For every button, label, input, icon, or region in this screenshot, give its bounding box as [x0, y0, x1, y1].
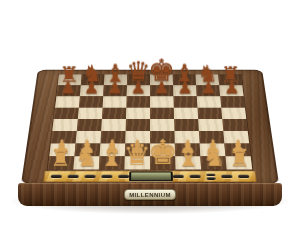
square-a2[interactable]: ♟: [49, 144, 75, 157]
square-f7[interactable]: ♟: [173, 85, 197, 96]
square-a1[interactable]: ♜: [48, 156, 75, 169]
square-d7[interactable]: ♟: [127, 85, 150, 96]
square-e3[interactable]: [150, 131, 175, 143]
square-a6[interactable]: [55, 96, 80, 107]
square-h7[interactable]: ♟: [219, 85, 243, 96]
square-b5[interactable]: [78, 108, 103, 120]
key-down[interactable]: [207, 177, 216, 180]
square-g3[interactable]: [199, 131, 225, 143]
piece-black-knight: ♞: [82, 62, 103, 85]
square-h1[interactable]: ♜: [226, 156, 253, 169]
square-a8[interactable]: ♜: [58, 75, 82, 86]
square-f8[interactable]: ♝: [173, 75, 196, 86]
square-g4[interactable]: [198, 119, 223, 131]
lcd-display: [129, 171, 173, 181]
key-9[interactable]: [238, 175, 249, 179]
square-b8[interactable]: ♞: [81, 75, 105, 86]
key-8[interactable]: [221, 175, 232, 179]
square-g2[interactable]: ♟: [200, 144, 226, 157]
square-d5[interactable]: [126, 108, 150, 120]
square-c1[interactable]: ♝: [99, 156, 125, 169]
square-d6[interactable]: [126, 96, 150, 107]
square-h4[interactable]: [222, 119, 248, 131]
piece-black-rook: ♜: [60, 64, 79, 85]
piece-white-queen: ♛: [124, 139, 151, 169]
square-e4[interactable]: [150, 119, 174, 131]
square-a4[interactable]: [52, 119, 78, 131]
square-a3[interactable]: [51, 131, 77, 143]
key-3[interactable]: [84, 175, 95, 179]
square-f4[interactable]: [174, 119, 199, 131]
chess-computer-photo: ♜♞♝♛♚♝♞♜♟♟♟♟♟♟♟♟♟♟♟♟♟♟♟♟♜♞♝♛♚♝♞♜ MILLENN…: [0, 0, 300, 250]
right-key-group: [173, 173, 250, 179]
key-4[interactable]: [101, 175, 112, 179]
square-f5[interactable]: [174, 108, 198, 120]
square-c4[interactable]: [101, 119, 126, 131]
brand-text: MILLENNIUM: [129, 192, 171, 198]
square-e7[interactable]: ♟: [150, 85, 173, 96]
piece-black-knight: ♞: [197, 62, 218, 85]
square-h8[interactable]: ♜: [218, 75, 242, 86]
square-c7[interactable]: ♟: [103, 85, 127, 96]
chess-board: ♜♞♝♛♚♝♞♜♟♟♟♟♟♟♟♟♟♟♟♟♟♟♟♟♜♞♝♛♚♝♞♜: [48, 75, 253, 170]
square-b2[interactable]: ♟: [74, 144, 100, 157]
piece-white-bishop: ♝: [176, 143, 200, 170]
square-f1[interactable]: ♝: [175, 156, 201, 169]
square-g5[interactable]: [197, 108, 222, 120]
square-e6[interactable]: [150, 96, 174, 107]
square-d1[interactable]: ♛: [124, 156, 150, 169]
square-e1[interactable]: ♚: [150, 156, 176, 169]
square-c3[interactable]: [100, 131, 125, 143]
chess-computer-case-top: ♜♞♝♛♚♝♞♜♟♟♟♟♟♟♟♟♟♟♟♟♟♟♟♟♜♞♝♛♚♝♞♜: [21, 70, 279, 184]
piece-black-bishop: ♝: [105, 61, 126, 85]
key-2[interactable]: [68, 175, 79, 179]
key-7[interactable]: [190, 175, 201, 179]
key-up[interactable]: [206, 173, 215, 176]
square-c2[interactable]: ♟: [100, 144, 126, 157]
piece-black-king: ♚: [148, 55, 175, 85]
square-h6[interactable]: [220, 96, 245, 107]
square-e2[interactable]: ♟: [150, 144, 175, 157]
square-a5[interactable]: [54, 108, 79, 120]
square-c6[interactable]: [103, 96, 127, 107]
square-h3[interactable]: [223, 131, 249, 143]
left-key-group: [51, 175, 130, 179]
square-d8[interactable]: ♛: [127, 75, 150, 86]
key-5[interactable]: [118, 175, 129, 179]
square-b7[interactable]: ♟: [80, 85, 104, 96]
square-b3[interactable]: [76, 131, 102, 143]
square-g1[interactable]: ♞: [200, 156, 226, 169]
piece-black-queen: ♛: [126, 58, 151, 86]
updown-key-stack: [206, 173, 215, 179]
square-g8[interactable]: ♞: [195, 75, 219, 86]
square-b6[interactable]: [79, 96, 103, 107]
case-front-edge: MILLENNIUM: [18, 183, 282, 206]
brand-plate: MILLENNIUM: [124, 189, 176, 200]
piece-black-bishop: ♝: [174, 61, 195, 85]
square-e8[interactable]: ♚: [150, 75, 173, 86]
key-1[interactable]: [51, 175, 62, 179]
square-f6[interactable]: [173, 96, 197, 107]
square-h5[interactable]: [221, 108, 246, 120]
square-d4[interactable]: [126, 119, 150, 131]
square-g7[interactable]: ♟: [196, 85, 220, 96]
square-c5[interactable]: [102, 108, 126, 120]
square-g6[interactable]: [197, 96, 221, 107]
square-f3[interactable]: [174, 131, 199, 143]
key-6[interactable]: [173, 175, 184, 179]
square-b4[interactable]: [77, 119, 102, 131]
square-d2[interactable]: ♟: [125, 144, 150, 157]
square-h2[interactable]: ♟: [224, 144, 250, 157]
control-panel: [43, 171, 256, 182]
piece-black-rook: ♜: [221, 64, 240, 85]
square-c8[interactable]: ♝: [104, 75, 127, 86]
piece-white-bishop: ♝: [100, 143, 124, 170]
square-f2[interactable]: ♟: [175, 144, 201, 157]
square-a7[interactable]: ♟: [56, 85, 80, 96]
square-b1[interactable]: ♞: [73, 156, 99, 169]
square-d3[interactable]: [125, 131, 150, 143]
square-e5[interactable]: [150, 108, 174, 120]
